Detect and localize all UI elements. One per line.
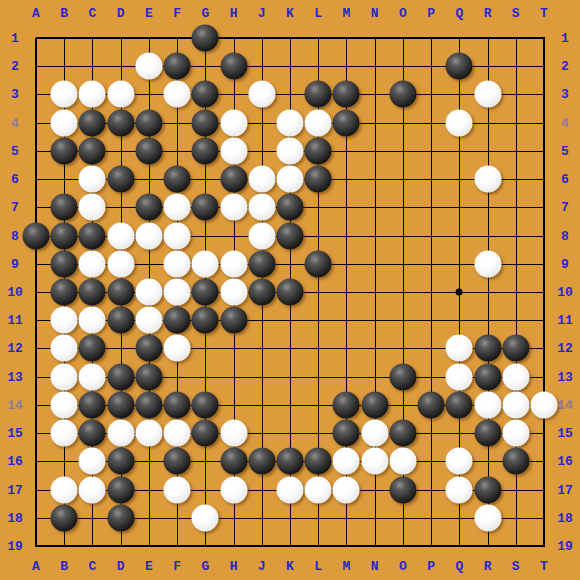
black-stone[interactable]	[107, 476, 134, 503]
black-stone[interactable]	[276, 194, 303, 221]
white-stone[interactable]	[164, 278, 191, 305]
row-label-left: 19	[7, 538, 23, 553]
black-stone[interactable]	[305, 448, 332, 475]
white-stone[interactable]	[51, 420, 78, 447]
black-stone[interactable]	[135, 363, 162, 390]
column-label-top: G	[201, 6, 209, 21]
black-stone[interactable]	[51, 504, 78, 531]
row-label-right: 9	[561, 256, 569, 271]
black-stone[interactable]	[248, 448, 275, 475]
white-stone[interactable]	[164, 335, 191, 362]
white-stone[interactable]	[446, 363, 473, 390]
black-stone[interactable]	[51, 278, 78, 305]
black-stone[interactable]	[107, 166, 134, 193]
white-stone[interactable]	[474, 81, 501, 108]
row-label-right: 12	[557, 341, 573, 356]
white-stone[interactable]	[164, 222, 191, 249]
grid-line-vertical	[431, 38, 432, 547]
black-stone[interactable]	[135, 194, 162, 221]
row-label-right: 19	[557, 538, 573, 553]
black-stone[interactable]	[107, 391, 134, 418]
black-stone[interactable]	[135, 137, 162, 164]
white-stone[interactable]	[361, 420, 388, 447]
row-label-left: 9	[11, 256, 19, 271]
black-stone[interactable]	[192, 109, 219, 136]
white-stone[interactable]	[474, 250, 501, 277]
white-stone[interactable]	[51, 335, 78, 362]
black-stone[interactable]	[389, 476, 416, 503]
white-stone[interactable]	[79, 363, 106, 390]
column-label-bottom: H	[230, 559, 238, 574]
white-stone[interactable]	[79, 307, 106, 334]
row-label-left: 17	[7, 482, 23, 497]
white-stone[interactable]	[79, 194, 106, 221]
column-label-top: N	[371, 6, 379, 21]
black-stone[interactable]	[502, 335, 529, 362]
white-stone[interactable]	[220, 109, 247, 136]
star-point	[456, 288, 463, 295]
black-stone[interactable]	[192, 420, 219, 447]
black-stone[interactable]	[474, 476, 501, 503]
column-label-top: F	[173, 6, 181, 21]
column-label-bottom: L	[314, 559, 322, 574]
white-stone[interactable]	[446, 476, 473, 503]
white-stone[interactable]	[502, 420, 529, 447]
white-stone[interactable]	[530, 391, 557, 418]
white-stone[interactable]	[107, 81, 134, 108]
black-stone[interactable]	[220, 53, 247, 80]
black-stone[interactable]	[418, 391, 445, 418]
white-stone[interactable]	[107, 222, 134, 249]
black-stone[interactable]	[220, 166, 247, 193]
row-label-left: 11	[7, 313, 23, 328]
white-stone[interactable]	[192, 250, 219, 277]
black-stone[interactable]	[192, 278, 219, 305]
row-label-right: 18	[557, 510, 573, 525]
black-stone[interactable]	[164, 307, 191, 334]
white-stone[interactable]	[474, 166, 501, 193]
white-stone[interactable]	[135, 222, 162, 249]
black-stone[interactable]	[107, 363, 134, 390]
black-stone[interactable]	[474, 335, 501, 362]
row-label-right: 11	[557, 313, 573, 328]
white-stone[interactable]	[164, 81, 191, 108]
row-label-right: 6	[561, 172, 569, 187]
black-stone[interactable]	[135, 109, 162, 136]
black-stone[interactable]	[361, 391, 388, 418]
white-stone[interactable]	[248, 194, 275, 221]
column-label-bottom: T	[540, 559, 548, 574]
black-stone[interactable]	[79, 391, 106, 418]
black-stone[interactable]	[107, 278, 134, 305]
black-stone[interactable]	[248, 250, 275, 277]
column-label-top: H	[230, 6, 238, 21]
white-stone[interactable]	[446, 448, 473, 475]
black-stone[interactable]	[389, 363, 416, 390]
row-label-right: 1	[561, 31, 569, 46]
white-stone[interactable]	[276, 166, 303, 193]
column-label-top: O	[399, 6, 407, 21]
column-label-bottom: C	[89, 559, 97, 574]
column-label-bottom: Q	[455, 559, 463, 574]
white-stone[interactable]	[107, 420, 134, 447]
black-stone[interactable]	[192, 81, 219, 108]
row-label-right: 5	[561, 143, 569, 158]
white-stone[interactable]	[51, 109, 78, 136]
row-label-right: 14	[557, 397, 573, 412]
white-stone[interactable]	[135, 278, 162, 305]
white-stone[interactable]	[220, 194, 247, 221]
black-stone[interactable]	[51, 194, 78, 221]
black-stone[interactable]	[79, 222, 106, 249]
black-stone[interactable]	[135, 391, 162, 418]
black-stone[interactable]	[305, 81, 332, 108]
black-stone[interactable]	[79, 109, 106, 136]
black-stone[interactable]	[51, 222, 78, 249]
row-label-left: 12	[7, 341, 23, 356]
white-stone[interactable]	[164, 476, 191, 503]
white-stone[interactable]	[79, 81, 106, 108]
row-label-left: 1	[11, 31, 19, 46]
white-stone[interactable]	[79, 476, 106, 503]
white-stone[interactable]	[51, 391, 78, 418]
white-stone[interactable]	[135, 53, 162, 80]
row-label-right: 3	[561, 87, 569, 102]
column-label-bottom: P	[427, 559, 435, 574]
black-stone[interactable]	[502, 448, 529, 475]
black-stone[interactable]	[79, 137, 106, 164]
row-label-left: 3	[11, 87, 19, 102]
column-label-bottom: B	[60, 559, 68, 574]
column-label-bottom: D	[117, 559, 125, 574]
black-stone[interactable]	[192, 307, 219, 334]
white-stone[interactable]	[220, 476, 247, 503]
row-label-left: 13	[7, 369, 23, 384]
black-stone[interactable]	[305, 166, 332, 193]
column-label-bottom: J	[258, 559, 266, 574]
black-stone[interactable]	[79, 420, 106, 447]
black-stone[interactable]	[79, 335, 106, 362]
row-label-right: 2	[561, 59, 569, 74]
black-stone[interactable]	[220, 307, 247, 334]
column-label-top: S	[512, 6, 520, 21]
black-stone[interactable]	[23, 222, 50, 249]
black-stone[interactable]	[192, 137, 219, 164]
white-stone[interactable]	[220, 420, 247, 447]
white-stone[interactable]	[276, 476, 303, 503]
black-stone[interactable]	[276, 448, 303, 475]
white-stone[interactable]	[502, 363, 529, 390]
black-stone[interactable]	[51, 137, 78, 164]
white-stone[interactable]	[333, 448, 360, 475]
black-stone[interactable]	[276, 222, 303, 249]
grid-line-vertical	[543, 38, 545, 547]
white-stone[interactable]	[51, 81, 78, 108]
white-stone[interactable]	[474, 504, 501, 531]
white-stone[interactable]	[220, 137, 247, 164]
white-stone[interactable]	[248, 222, 275, 249]
black-stone[interactable]	[474, 420, 501, 447]
column-label-top: T	[540, 6, 548, 21]
column-label-top: C	[89, 6, 97, 21]
grid-line-horizontal	[36, 545, 545, 547]
row-label-right: 17	[557, 482, 573, 497]
white-stone[interactable]	[305, 109, 332, 136]
black-stone[interactable]	[305, 250, 332, 277]
row-label-right: 4	[561, 115, 569, 130]
row-label-right: 15	[557, 426, 573, 441]
white-stone[interactable]	[79, 448, 106, 475]
column-label-top: B	[60, 6, 68, 21]
black-stone[interactable]	[192, 391, 219, 418]
row-label-left: 16	[7, 454, 23, 469]
black-stone[interactable]	[164, 53, 191, 80]
column-label-top: A	[32, 6, 40, 21]
white-stone[interactable]	[220, 250, 247, 277]
black-stone[interactable]	[135, 335, 162, 362]
black-stone[interactable]	[474, 363, 501, 390]
column-label-bottom: K	[286, 559, 294, 574]
column-label-bottom: G	[201, 559, 209, 574]
black-stone[interactable]	[79, 278, 106, 305]
white-stone[interactable]	[333, 476, 360, 503]
column-label-bottom: M	[343, 559, 351, 574]
white-stone[interactable]	[164, 194, 191, 221]
white-stone[interactable]	[276, 137, 303, 164]
white-stone[interactable]	[248, 166, 275, 193]
white-stone[interactable]	[51, 307, 78, 334]
row-label-left: 5	[11, 143, 19, 158]
column-label-top: P	[427, 6, 435, 21]
black-stone[interactable]	[333, 391, 360, 418]
black-stone[interactable]	[164, 166, 191, 193]
black-stone[interactable]	[164, 448, 191, 475]
column-label-top: K	[286, 6, 294, 21]
white-stone[interactable]	[135, 420, 162, 447]
row-label-left: 7	[11, 200, 19, 215]
column-label-top: M	[343, 6, 351, 21]
go-board[interactable]: AABBCCDDEEFFGGHHJJKKLLMMNNOOPPQQRRSSTT11…	[0, 0, 580, 580]
column-label-top: Q	[455, 6, 463, 21]
row-label-left: 2	[11, 59, 19, 74]
black-stone[interactable]	[107, 504, 134, 531]
white-stone[interactable]	[248, 81, 275, 108]
black-stone[interactable]	[164, 391, 191, 418]
white-stone[interactable]	[220, 278, 247, 305]
row-label-left: 14	[7, 397, 23, 412]
row-label-left: 8	[11, 228, 19, 243]
black-stone[interactable]	[305, 137, 332, 164]
black-stone[interactable]	[446, 391, 473, 418]
black-stone[interactable]	[333, 109, 360, 136]
white-stone[interactable]	[276, 109, 303, 136]
white-stone[interactable]	[474, 391, 501, 418]
white-stone[interactable]	[305, 476, 332, 503]
black-stone[interactable]	[446, 53, 473, 80]
black-stone[interactable]	[220, 448, 247, 475]
row-label-right: 16	[557, 454, 573, 469]
column-label-top: R	[484, 6, 492, 21]
white-stone[interactable]	[361, 448, 388, 475]
white-stone[interactable]	[107, 250, 134, 277]
white-stone[interactable]	[192, 504, 219, 531]
column-label-top: E	[145, 6, 153, 21]
black-stone[interactable]	[107, 109, 134, 136]
column-label-bottom: S	[512, 559, 520, 574]
black-stone[interactable]	[276, 278, 303, 305]
black-stone[interactable]	[248, 278, 275, 305]
column-label-top: J	[258, 6, 266, 21]
white-stone[interactable]	[446, 109, 473, 136]
white-stone[interactable]	[51, 476, 78, 503]
row-label-left: 10	[7, 284, 23, 299]
white-stone[interactable]	[79, 250, 106, 277]
row-label-left: 18	[7, 510, 23, 525]
column-label-top: L	[314, 6, 322, 21]
white-stone[interactable]	[79, 166, 106, 193]
row-label-left: 4	[11, 115, 19, 130]
black-stone[interactable]	[389, 81, 416, 108]
black-stone[interactable]	[107, 307, 134, 334]
row-label-right: 8	[561, 228, 569, 243]
row-label-right: 10	[557, 284, 573, 299]
row-label-left: 15	[7, 426, 23, 441]
black-stone[interactable]	[192, 25, 219, 52]
column-label-bottom: E	[145, 559, 153, 574]
column-label-bottom: A	[32, 559, 40, 574]
grid-line-vertical	[488, 38, 489, 547]
row-label-right: 7	[561, 200, 569, 215]
row-label-right: 13	[557, 369, 573, 384]
white-stone[interactable]	[164, 420, 191, 447]
white-stone[interactable]	[502, 391, 529, 418]
row-label-left: 6	[11, 172, 19, 187]
black-stone[interactable]	[333, 81, 360, 108]
white-stone[interactable]	[446, 335, 473, 362]
white-stone[interactable]	[135, 307, 162, 334]
black-stone[interactable]	[107, 448, 134, 475]
column-label-bottom: O	[399, 559, 407, 574]
white-stone[interactable]	[51, 363, 78, 390]
column-label-bottom: R	[484, 559, 492, 574]
black-stone[interactable]	[192, 194, 219, 221]
white-stone[interactable]	[164, 250, 191, 277]
black-stone[interactable]	[333, 420, 360, 447]
column-label-top: D	[117, 6, 125, 21]
column-label-bottom: N	[371, 559, 379, 574]
column-label-bottom: F	[173, 559, 181, 574]
black-stone[interactable]	[389, 420, 416, 447]
white-stone[interactable]	[389, 448, 416, 475]
black-stone[interactable]	[51, 250, 78, 277]
